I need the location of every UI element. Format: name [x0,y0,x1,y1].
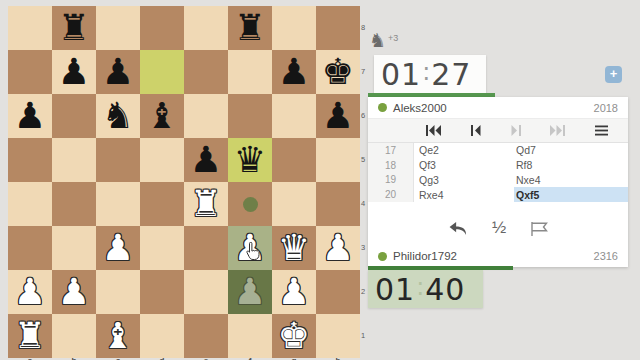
black-bishop[interactable]: ♝ [140,94,184,138]
top-player-row: Aleks2000 2018 [368,97,628,118]
move-number: 19 [368,173,414,188]
square-a4[interactable] [8,182,52,226]
move-white[interactable]: Qg3 [414,173,514,188]
square-e3[interactable] [184,226,228,270]
square-f1[interactable] [228,314,272,358]
go-next-button[interactable] [511,125,521,136]
move-white[interactable]: Rxe4 [414,187,514,202]
square-b1[interactable] [52,314,96,358]
square-d1[interactable] [140,314,184,358]
white-bishop[interactable]: ♝ [96,314,140,358]
go-first-button[interactable] [426,125,441,136]
square-h4[interactable] [316,182,360,226]
square-d4[interactable] [140,182,184,226]
square-c5[interactable] [96,138,140,182]
menu-icon[interactable] [595,125,608,136]
square-e8[interactable] [184,6,228,50]
black-rook[interactable]: ♜ [52,6,96,50]
rank-label-1: 1 [361,314,369,358]
white-queen[interactable]: ♛ [272,226,316,270]
add-time-button[interactable]: + [605,66,622,83]
white-pawn[interactable]: ♟ [8,270,52,314]
square-b6[interactable] [52,94,96,138]
square-g4[interactable] [272,182,316,226]
square-d3[interactable] [140,226,184,270]
move-black[interactable]: Qxf5 [514,187,628,202]
square-b4[interactable] [52,182,96,226]
move-white[interactable]: Qe2 [414,143,514,158]
black-knight[interactable]: ♞ [96,94,140,138]
square-c8[interactable] [96,6,140,50]
square-b3[interactable] [52,226,96,270]
go-last-button[interactable] [550,125,565,136]
square-e1[interactable] [184,314,228,358]
white-pawn[interactable]: ♟ [316,226,360,270]
square-f7[interactable] [228,50,272,94]
online-status-dot [378,252,387,261]
go-previous-button[interactable] [471,125,481,136]
resign-flag-icon[interactable] [530,221,548,236]
chess-board[interactable]: ♜♜♟♟♟♚♟♞♝♟♟♛♜♟♟♛♟♟♟♟♟♜♝♚ [8,6,360,358]
square-d7[interactable] [140,50,184,94]
bottom-player-rating: 2316 [594,250,618,262]
black-pawn[interactable]: ♟ [184,138,228,182]
white-pawn[interactable]: ♟ [96,226,140,270]
file-label-f: f [228,356,272,360]
file-label-b: b [52,356,96,360]
game-panel: Aleks2000 2018 17Qe2Qd718Qf3Rf819Qg3Nxe4… [368,97,628,267]
black-king[interactable]: ♚ [316,50,360,94]
white-pawn-ghost[interactable]: ♟ [228,270,272,314]
file-label-h: h [316,356,360,360]
knight-icon: ♞ [369,30,386,50]
square-e6[interactable] [184,94,228,138]
move-number: 18 [368,158,414,173]
move-destination-dot-f4[interactable] [243,197,258,212]
move-list: 17Qe2Qd718Qf3Rf819Qg3Nxe420Rxe4Qxf5 [368,143,628,202]
white-pawn[interactable]: ♟ [52,270,96,314]
move-number: 20 [368,187,414,202]
square-h8[interactable] [316,6,360,50]
square-c4[interactable] [96,182,140,226]
black-pawn[interactable]: ♟ [96,50,140,94]
black-pawn[interactable]: ♟ [272,50,316,94]
square-d5[interactable] [140,138,184,182]
move-row-18: 18Qf3Rf8 [368,158,628,173]
black-pawn[interactable]: ♟ [8,94,52,138]
white-pawn[interactable]: ♟ [272,270,316,314]
mouse-cursor-hand [244,242,260,265]
white-rook[interactable]: ♜ [184,182,228,226]
rank-label-8: 8 [361,6,369,50]
square-c2[interactable] [96,270,140,314]
move-navigation-bar [368,118,628,143]
takeback-icon[interactable] [448,221,468,236]
move-black[interactable]: Nxe4 [514,173,628,188]
bottom-player-row: Philidor1792 2316 [368,245,628,267]
square-g5[interactable] [272,138,316,182]
square-a3[interactable] [8,226,52,270]
square-h1[interactable] [316,314,360,358]
black-rook[interactable]: ♜ [228,6,272,50]
file-label-a: a [8,356,52,360]
file-label-e: e [184,356,228,360]
square-h2[interactable] [316,270,360,314]
square-a7[interactable] [8,50,52,94]
square-e2[interactable] [184,270,228,314]
move-row-20: 20Rxe4Qxf5 [368,187,628,202]
bottom-player-time-bar [368,266,513,270]
square-g8[interactable] [272,6,316,50]
move-number: 17 [368,143,414,158]
white-rook[interactable]: ♜ [8,314,52,358]
square-d2[interactable] [140,270,184,314]
square-f6[interactable] [228,94,272,138]
white-king[interactable]: ♚ [272,314,316,358]
move-black[interactable]: Qd7 [514,143,628,158]
top-player-rating: 2018 [594,102,618,114]
offer-draw-button[interactable]: ½ [492,218,506,238]
move-row-19: 19Qg3Nxe4 [368,173,628,188]
square-g6[interactable] [272,94,316,138]
square-d8[interactable] [140,6,184,50]
move-row-17: 17Qe2Qd7 [368,143,628,158]
black-pawn[interactable]: ♟ [52,50,96,94]
file-label-g: g [272,356,316,360]
top-player-clock: 01:27 [374,55,486,93]
material-advantage: ♞ +3 [369,30,398,50]
square-b5[interactable] [52,138,96,182]
square-a8[interactable] [8,6,52,50]
black-queen[interactable]: ♛ [228,138,272,182]
bottom-player-clock: 01:40 [368,270,483,308]
bottom-player-name[interactable]: Philidor1792 [393,250,457,262]
online-status-dot [378,103,387,112]
move-white[interactable]: Qf3 [414,158,514,173]
rank-label-7: 7 [361,50,369,94]
file-label-c: c [96,356,140,360]
game-action-buttons: ½ [368,216,628,240]
black-pawn[interactable]: ♟ [316,94,360,138]
move-black[interactable]: Rf8 [514,158,628,173]
material-advantage-value: +3 [388,33,398,43]
square-h5[interactable] [316,138,360,182]
square-a5[interactable] [8,138,52,182]
top-player-name[interactable]: Aleks2000 [393,102,447,114]
file-label-d: d [140,356,184,360]
square-e7[interactable] [184,50,228,94]
